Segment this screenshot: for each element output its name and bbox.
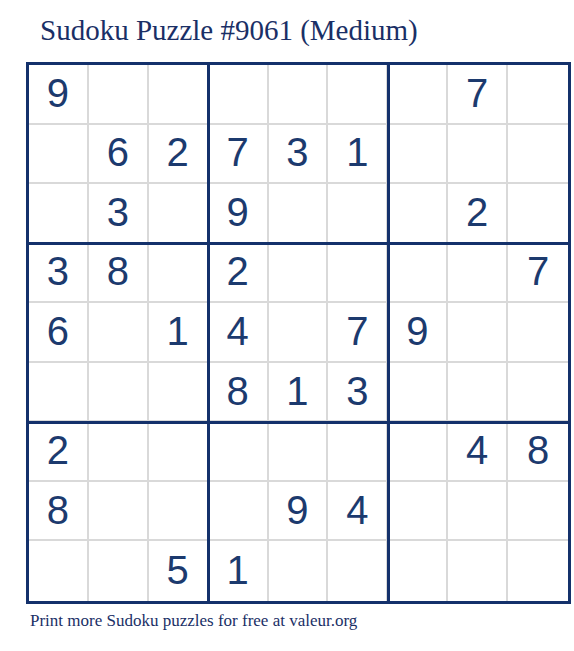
- given-digit: 3: [107, 192, 129, 232]
- given-digit: 7: [346, 311, 368, 351]
- given-digit: 4: [226, 311, 248, 351]
- sudoku-board: 976273139238276147981324889451: [29, 65, 568, 601]
- cell-r4c8: [448, 244, 508, 304]
- cell-r7c5: [269, 422, 329, 482]
- given-digit: 8: [527, 430, 549, 470]
- cell-r3c1: [29, 184, 89, 244]
- cell-r1c3: [149, 65, 209, 125]
- cell-r5c9: [508, 303, 568, 363]
- cell-r4c9: 7: [508, 244, 568, 304]
- given-digit: 3: [47, 251, 69, 291]
- cell-r3c5: [269, 184, 329, 244]
- cell-r5c5: [269, 303, 329, 363]
- cell-r3c4: 9: [209, 184, 269, 244]
- cell-r1c7: [388, 65, 448, 125]
- given-digit: 6: [47, 311, 69, 351]
- given-digit: 9: [406, 311, 428, 351]
- given-digit: 7: [527, 251, 549, 291]
- cell-r1c6: [328, 65, 388, 125]
- cell-r4c4: 2: [209, 244, 269, 304]
- cell-r8c9: [508, 482, 568, 542]
- given-digit: 7: [226, 132, 248, 172]
- cell-r2c2: 6: [89, 125, 149, 185]
- cell-r6c5: 1: [269, 363, 329, 423]
- cell-r4c6: [328, 244, 388, 304]
- given-digit: 4: [466, 430, 488, 470]
- cell-r5c6: 7: [328, 303, 388, 363]
- cell-r1c2: [89, 65, 149, 125]
- given-digit: 1: [167, 311, 189, 351]
- cell-r8c7: [388, 482, 448, 542]
- given-digit: 3: [346, 371, 368, 411]
- cell-r9c3: 5: [149, 541, 209, 601]
- cell-r3c6: [328, 184, 388, 244]
- cell-r6c8: [448, 363, 508, 423]
- cell-r7c6: [328, 422, 388, 482]
- cell-r8c4: [209, 482, 269, 542]
- cell-r7c2: [89, 422, 149, 482]
- cell-r5c4: 4: [209, 303, 269, 363]
- given-digit: 9: [226, 192, 248, 232]
- given-digit: 8: [226, 371, 248, 411]
- cell-r2c5: 3: [269, 125, 329, 185]
- given-digit: 5: [167, 550, 189, 590]
- cell-r2c6: 1: [328, 125, 388, 185]
- given-digit: 3: [286, 132, 308, 172]
- cell-r7c7: [388, 422, 448, 482]
- cell-r9c5: [269, 541, 329, 601]
- cell-r1c9: [508, 65, 568, 125]
- cell-r8c6: 4: [328, 482, 388, 542]
- cell-r4c7: [388, 244, 448, 304]
- page-title: Sudoku Puzzle #9061 (Medium): [40, 14, 418, 47]
- footer-text: Print more Sudoku puzzles for free at va…: [30, 611, 357, 631]
- cell-r5c2: [89, 303, 149, 363]
- given-digit: 2: [167, 132, 189, 172]
- cell-r3c3: [149, 184, 209, 244]
- cell-r8c3: [149, 482, 209, 542]
- given-digit: 1: [226, 550, 248, 590]
- cell-r9c7: [388, 541, 448, 601]
- cell-r3c2: 3: [89, 184, 149, 244]
- cell-r7c3: [149, 422, 209, 482]
- cell-r8c2: [89, 482, 149, 542]
- cell-r4c5: [269, 244, 329, 304]
- cell-r2c8: [448, 125, 508, 185]
- cell-r5c3: 1: [149, 303, 209, 363]
- cell-r2c1: [29, 125, 89, 185]
- given-digit: 2: [466, 192, 488, 232]
- given-digit: 7: [466, 73, 488, 113]
- cell-r6c3: [149, 363, 209, 423]
- given-digit: 9: [286, 490, 308, 530]
- given-digit: 4: [346, 490, 368, 530]
- cell-r4c1: 3: [29, 244, 89, 304]
- given-digit: 6: [107, 132, 129, 172]
- cell-r2c3: 2: [149, 125, 209, 185]
- cell-r4c3: [149, 244, 209, 304]
- cell-r6c9: [508, 363, 568, 423]
- cell-r9c9: [508, 541, 568, 601]
- cell-r1c1: 9: [29, 65, 89, 125]
- cell-r7c8: 4: [448, 422, 508, 482]
- cell-r2c7: [388, 125, 448, 185]
- given-digit: 2: [226, 251, 248, 291]
- cell-r8c1: 8: [29, 482, 89, 542]
- cell-r8c5: 9: [269, 482, 329, 542]
- cell-r4c2: 8: [89, 244, 149, 304]
- cell-r1c4: [209, 65, 269, 125]
- cell-r9c6: [328, 541, 388, 601]
- cell-r7c1: 2: [29, 422, 89, 482]
- cell-r3c9: [508, 184, 568, 244]
- given-digit: 9: [47, 73, 69, 113]
- cell-r9c8: [448, 541, 508, 601]
- cell-r9c4: 1: [209, 541, 269, 601]
- cell-r6c7: [388, 363, 448, 423]
- sudoku-board-frame: 976273139238276147981324889451: [26, 62, 571, 604]
- cell-r5c8: [448, 303, 508, 363]
- cell-r6c4: 8: [209, 363, 269, 423]
- cell-r3c7: [388, 184, 448, 244]
- cell-r7c9: 8: [508, 422, 568, 482]
- cell-r7c4: [209, 422, 269, 482]
- cell-r6c1: [29, 363, 89, 423]
- cell-r3c8: 2: [448, 184, 508, 244]
- cell-r9c1: [29, 541, 89, 601]
- cell-r2c9: [508, 125, 568, 185]
- given-digit: 8: [107, 251, 129, 291]
- cell-r2c4: 7: [209, 125, 269, 185]
- cell-r6c2: [89, 363, 149, 423]
- cell-r1c5: [269, 65, 329, 125]
- given-digit: 1: [346, 132, 368, 172]
- cell-r5c7: 9: [388, 303, 448, 363]
- cell-r1c8: 7: [448, 65, 508, 125]
- given-digit: 8: [47, 490, 69, 530]
- cell-r9c2: [89, 541, 149, 601]
- cell-r6c6: 3: [328, 363, 388, 423]
- given-digit: 2: [47, 430, 69, 470]
- cell-r8c8: [448, 482, 508, 542]
- given-digit: 1: [286, 371, 308, 411]
- cell-r5c1: 6: [29, 303, 89, 363]
